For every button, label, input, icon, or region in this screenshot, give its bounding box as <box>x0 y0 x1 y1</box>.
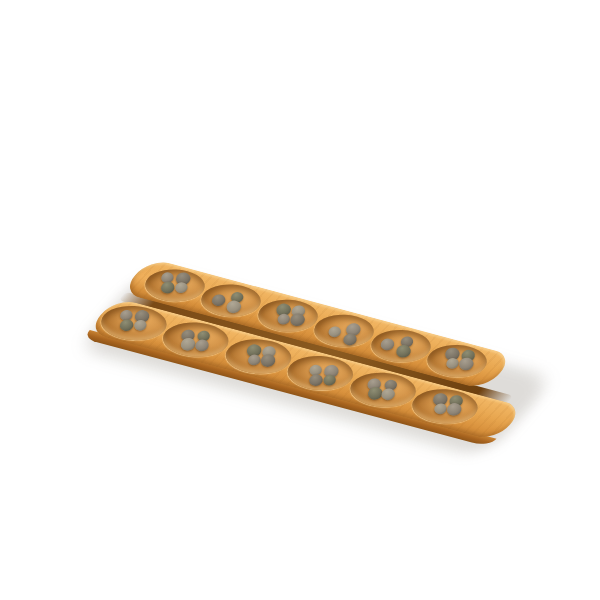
seed <box>327 326 342 338</box>
mancala-board <box>80 258 560 448</box>
seed <box>276 313 291 325</box>
seed <box>159 280 175 294</box>
seed <box>289 312 307 327</box>
seed <box>247 354 262 366</box>
seed <box>308 373 324 387</box>
seed <box>211 293 227 307</box>
seed <box>380 337 396 351</box>
seed <box>394 344 412 359</box>
seed <box>259 353 277 368</box>
seed <box>174 281 189 293</box>
product-photo-scene <box>0 0 600 600</box>
seed <box>433 403 448 415</box>
seed <box>118 318 134 332</box>
seed <box>133 319 148 331</box>
seed <box>194 338 210 352</box>
seed <box>445 357 460 369</box>
